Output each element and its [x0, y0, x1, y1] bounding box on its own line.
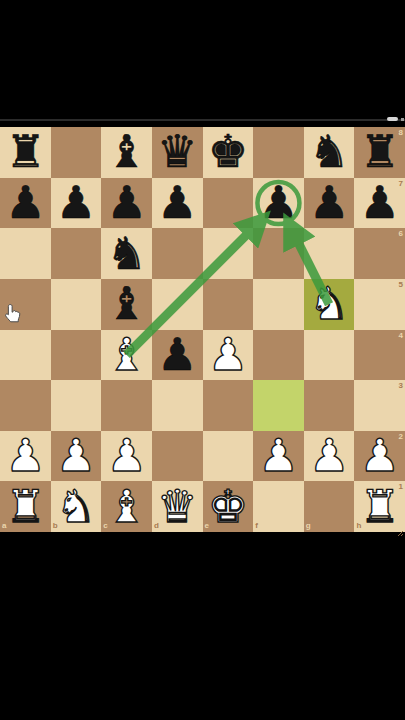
piece-white-knight[interactable]: ♞: [56, 482, 96, 532]
square-c1[interactable]: ♝c: [101, 481, 152, 532]
board-resize-handle[interactable]: [396, 523, 404, 531]
piece-black-pawn[interactable]: ♟: [5, 178, 45, 228]
square-a1[interactable]: ♜a: [0, 481, 51, 532]
square-f2[interactable]: ♟: [253, 431, 304, 482]
square-c3[interactable]: [101, 380, 152, 431]
piece-black-knight[interactable]: ♞: [309, 127, 349, 177]
progress-dot: [401, 118, 404, 121]
square-h3[interactable]: 3: [354, 380, 405, 431]
piece-black-king[interactable]: ♚: [208, 127, 248, 177]
piece-black-pawn[interactable]: ♟: [360, 178, 400, 228]
square-h2[interactable]: ♟2: [354, 431, 405, 482]
square-a6[interactable]: [0, 228, 51, 279]
square-a5[interactable]: [0, 279, 51, 330]
square-c2[interactable]: ♟: [101, 431, 152, 482]
piece-white-rook[interactable]: ♜: [5, 482, 45, 532]
square-b6[interactable]: [51, 228, 102, 279]
piece-black-rook[interactable]: ♜: [5, 127, 45, 177]
square-h4[interactable]: 4: [354, 330, 405, 381]
piece-white-pawn[interactable]: ♟: [56, 431, 96, 481]
square-g3[interactable]: [304, 380, 355, 431]
piece-black-pawn[interactable]: ♟: [157, 330, 197, 380]
square-c6[interactable]: ♞: [101, 228, 152, 279]
square-h6[interactable]: 6: [354, 228, 405, 279]
square-e3[interactable]: [203, 380, 254, 431]
square-d4[interactable]: ♟: [152, 330, 203, 381]
square-f3[interactable]: [253, 380, 304, 431]
piece-white-pawn[interactable]: ♟: [106, 431, 146, 481]
coord-file-g: g: [306, 522, 311, 530]
square-d2[interactable]: [152, 431, 203, 482]
square-b3[interactable]: [51, 380, 102, 431]
square-g8[interactable]: ♞: [304, 127, 355, 178]
piece-black-bishop[interactable]: ♝: [106, 127, 146, 177]
square-f5[interactable]: [253, 279, 304, 330]
square-e7[interactable]: [203, 178, 254, 229]
piece-white-rook[interactable]: ♜: [360, 482, 400, 532]
progress-dash: [387, 117, 398, 121]
board-grid: ♜♝♛♚♞♜8♟♟♟♟♟♟♟7♞6♝♞5♝♟♟43♟♟♟♟♟♟2♜a♞b♝c♛d…: [0, 127, 405, 532]
square-b4[interactable]: [51, 330, 102, 381]
coord-rank-3: 3: [399, 382, 403, 390]
piece-black-pawn[interactable]: ♟: [106, 178, 146, 228]
resize-grip-icon: [396, 529, 404, 537]
square-a3[interactable]: [0, 380, 51, 431]
square-a8[interactable]: ♜: [0, 127, 51, 178]
square-a7[interactable]: ♟: [0, 178, 51, 229]
square-d5[interactable]: [152, 279, 203, 330]
piece-white-bishop[interactable]: ♝: [106, 482, 146, 532]
piece-white-king[interactable]: ♚: [208, 482, 248, 532]
piece-black-pawn[interactable]: ♟: [309, 178, 349, 228]
piece-black-pawn[interactable]: ♟: [56, 178, 96, 228]
square-b7[interactable]: ♟: [51, 178, 102, 229]
square-f1[interactable]: f: [253, 481, 304, 532]
square-c5[interactable]: ♝: [101, 279, 152, 330]
piece-black-rook[interactable]: ♜: [360, 127, 400, 177]
square-f8[interactable]: [253, 127, 304, 178]
square-f4[interactable]: [253, 330, 304, 381]
square-e2[interactable]: [203, 431, 254, 482]
square-g4[interactable]: [304, 330, 355, 381]
piece-white-bishop[interactable]: ♝: [106, 330, 146, 380]
square-e1[interactable]: ♚e: [203, 481, 254, 532]
square-g1[interactable]: g: [304, 481, 355, 532]
square-d8[interactable]: ♛: [152, 127, 203, 178]
square-e8[interactable]: ♚: [203, 127, 254, 178]
square-d7[interactable]: ♟: [152, 178, 203, 229]
piece-black-pawn[interactable]: ♟: [157, 178, 197, 228]
square-g5[interactable]: ♞: [304, 279, 355, 330]
square-d1[interactable]: ♛d: [152, 481, 203, 532]
square-h7[interactable]: ♟7: [354, 178, 405, 229]
piece-white-pawn[interactable]: ♟: [309, 431, 349, 481]
square-e5[interactable]: [203, 279, 254, 330]
piece-black-bishop[interactable]: ♝: [106, 279, 146, 329]
coord-rank-5: 5: [399, 281, 403, 289]
square-g7[interactable]: ♟: [304, 178, 355, 229]
piece-black-knight[interactable]: ♞: [106, 229, 146, 279]
piece-black-queen[interactable]: ♛: [157, 127, 197, 177]
piece-white-pawn[interactable]: ♟: [5, 431, 45, 481]
coord-rank-4: 4: [399, 332, 403, 340]
square-b2[interactable]: ♟: [51, 431, 102, 482]
chess-board: ♜♝♛♚♞♜8♟♟♟♟♟♟♟7♞6♝♞5♝♟♟43♟♟♟♟♟♟2♜a♞b♝c♛d…: [0, 127, 405, 532]
square-g2[interactable]: ♟: [304, 431, 355, 482]
square-c7[interactable]: ♟: [101, 178, 152, 229]
square-d3[interactable]: [152, 380, 203, 431]
square-c4[interactable]: ♝: [101, 330, 152, 381]
piece-white-queen[interactable]: ♛: [157, 482, 197, 532]
square-e4[interactable]: ♟: [203, 330, 254, 381]
piece-white-pawn[interactable]: ♟: [360, 431, 400, 481]
piece-white-pawn[interactable]: ♟: [258, 431, 298, 481]
letterbox-bottom: [0, 532, 405, 720]
square-b1[interactable]: ♞b: [51, 481, 102, 532]
square-a4[interactable]: [0, 330, 51, 381]
square-b5[interactable]: [51, 279, 102, 330]
progress-line: [0, 119, 405, 121]
square-d6[interactable]: [152, 228, 203, 279]
square-h5[interactable]: 5: [354, 279, 405, 330]
square-f7[interactable]: ♟: [253, 178, 304, 229]
coord-file-f: f: [255, 522, 258, 530]
piece-black-pawn[interactable]: ♟: [258, 178, 298, 228]
square-e6[interactable]: [203, 228, 254, 279]
square-h8[interactable]: ♜8: [354, 127, 405, 178]
coord-rank-6: 6: [399, 230, 403, 238]
piece-white-knight[interactable]: ♞: [309, 279, 349, 329]
square-a2[interactable]: ♟: [0, 431, 51, 482]
square-f6[interactable]: [253, 228, 304, 279]
letterbox-top: [0, 0, 405, 127]
square-b8[interactable]: [51, 127, 102, 178]
square-c8[interactable]: ♝: [101, 127, 152, 178]
square-g6[interactable]: [304, 228, 355, 279]
piece-white-pawn[interactable]: ♟: [208, 330, 248, 380]
